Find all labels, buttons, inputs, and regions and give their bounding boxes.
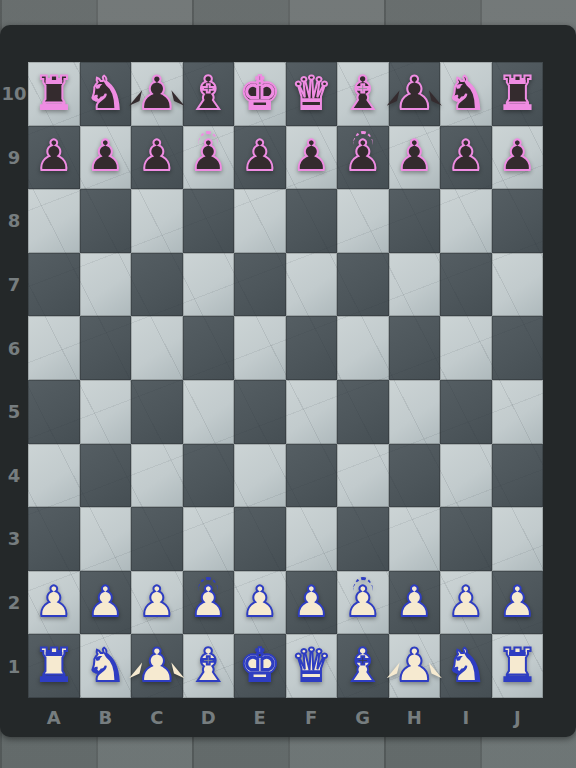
square-j1[interactable]: ♜	[492, 634, 544, 698]
square-c2[interactable]: ♟	[131, 571, 183, 635]
piece-black-crowned-pawn[interactable]: ♟	[344, 135, 382, 177]
square-c6[interactable]	[131, 316, 183, 380]
square-g5[interactable]	[337, 380, 389, 444]
square-h9[interactable]: ♟	[389, 126, 441, 190]
square-f9[interactable]: ♟	[286, 126, 338, 190]
piece-white-queen[interactable]: ♛	[291, 642, 332, 688]
square-e6[interactable]	[234, 316, 286, 380]
square-d8[interactable]	[183, 189, 235, 253]
square-i5[interactable]	[440, 380, 492, 444]
square-b1[interactable]: ♞	[80, 634, 132, 698]
piece-black-winged-piece[interactable]: ♟	[136, 70, 177, 116]
square-b7[interactable]	[80, 253, 132, 317]
square-c8[interactable]	[131, 189, 183, 253]
piece-white-pawn[interactable]: ♟	[35, 581, 73, 623]
square-e2[interactable]: ♟	[234, 571, 286, 635]
square-a8[interactable]	[28, 189, 80, 253]
piece-black-pawn[interactable]: ♟	[241, 135, 279, 177]
piece-white-crowned-pawn[interactable]: ♟	[344, 581, 382, 623]
radiate-crown-decoration	[353, 577, 373, 591]
square-h3[interactable]	[389, 507, 441, 571]
square-f3[interactable]	[286, 507, 338, 571]
square-j10[interactable]: ♜	[492, 62, 544, 126]
square-e10[interactable]: ♚	[234, 62, 286, 126]
square-c7[interactable]	[131, 253, 183, 317]
square-i2[interactable]: ♟	[440, 571, 492, 635]
square-i4[interactable]	[440, 444, 492, 508]
file-label-g: G	[337, 700, 389, 734]
piece-black-bishop[interactable]: ♝	[188, 70, 229, 116]
piece-black-pawn[interactable]: ♟	[498, 135, 536, 177]
piece-black-knight[interactable]: ♞	[85, 70, 126, 116]
file-label-e: E	[234, 700, 286, 734]
square-d4[interactable]	[183, 444, 235, 508]
square-f1[interactable]: ♛	[286, 634, 338, 698]
square-c5[interactable]	[131, 380, 183, 444]
piece-black-pawn[interactable]: ♟	[395, 135, 433, 177]
rank-label-4: 4	[0, 444, 28, 508]
square-a1[interactable]: ♜	[28, 634, 80, 698]
piece-white-rook[interactable]: ♜	[33, 642, 74, 688]
square-g9[interactable]: ♟	[337, 126, 389, 190]
square-c3[interactable]	[131, 507, 183, 571]
file-label-f: F	[286, 700, 338, 734]
square-d7[interactable]	[183, 253, 235, 317]
piece-white-bishop[interactable]: ♝	[188, 642, 229, 688]
piece-white-knight[interactable]: ♞	[445, 642, 486, 688]
square-e4[interactable]	[234, 444, 286, 508]
left-wing-decoration	[387, 89, 400, 106]
square-b3[interactable]	[80, 507, 132, 571]
square-j4[interactable]	[492, 444, 544, 508]
square-e5[interactable]	[234, 380, 286, 444]
square-c1[interactable]: ♟	[131, 634, 183, 698]
square-i3[interactable]	[440, 507, 492, 571]
square-c4[interactable]	[131, 444, 183, 508]
square-h5[interactable]	[389, 380, 441, 444]
square-h7[interactable]	[389, 253, 441, 317]
radiate-crown-decoration	[198, 577, 218, 591]
file-label-h: H	[389, 700, 441, 734]
square-i9[interactable]: ♟	[440, 126, 492, 190]
piece-black-pawn[interactable]: ♟	[447, 135, 485, 177]
file-label-c: C	[131, 700, 183, 734]
square-i8[interactable]	[440, 189, 492, 253]
square-j9[interactable]: ♟	[492, 126, 544, 190]
square-b4[interactable]	[80, 444, 132, 508]
square-g4[interactable]	[337, 444, 389, 508]
piece-white-winged-piece[interactable]: ♟	[136, 642, 177, 688]
file-label-i: I	[440, 700, 492, 734]
square-f2[interactable]: ♟	[286, 571, 338, 635]
square-e1[interactable]: ♚	[234, 634, 286, 698]
rank-label-2: 2	[0, 571, 28, 635]
piece-white-rook[interactable]: ♜	[497, 642, 538, 688]
square-d9[interactable]: ♟	[183, 126, 235, 190]
square-h4[interactable]	[389, 444, 441, 508]
square-g10[interactable]: ♝	[337, 62, 389, 126]
piece-white-winged-piece[interactable]: ♟	[394, 642, 435, 688]
square-f8[interactable]	[286, 189, 338, 253]
square-g2[interactable]: ♟	[337, 571, 389, 635]
piece-white-pawn[interactable]: ♟	[241, 581, 279, 623]
square-g1[interactable]: ♝	[337, 634, 389, 698]
piece-black-pawn[interactable]: ♟	[292, 135, 330, 177]
rank-label-5: 5	[0, 380, 28, 444]
square-a10[interactable]: ♜	[28, 62, 80, 126]
piece-black-crowned-pawn[interactable]: ♟	[189, 135, 227, 177]
square-f4[interactable]	[286, 444, 338, 508]
rank-label-3: 3	[0, 507, 28, 571]
square-a9[interactable]: ♟	[28, 126, 80, 190]
square-d1[interactable]: ♝	[183, 634, 235, 698]
square-a2[interactable]: ♟	[28, 571, 80, 635]
square-a6[interactable]	[28, 316, 80, 380]
left-wing-decoration	[387, 661, 400, 678]
square-e8[interactable]	[234, 189, 286, 253]
left-wing-decoration	[129, 89, 142, 106]
square-b8[interactable]	[80, 189, 132, 253]
rank-labels: 10987654321	[0, 62, 28, 698]
square-d2[interactable]: ♟	[183, 571, 235, 635]
piece-black-queen[interactable]: ♛	[291, 70, 332, 116]
square-a4[interactable]	[28, 444, 80, 508]
file-label-b: B	[80, 700, 132, 734]
square-d6[interactable]	[183, 316, 235, 380]
piece-black-bishop[interactable]: ♝	[342, 70, 383, 116]
square-b6[interactable]	[80, 316, 132, 380]
square-a5[interactable]	[28, 380, 80, 444]
square-h1[interactable]: ♟	[389, 634, 441, 698]
square-g7[interactable]	[337, 253, 389, 317]
square-j2[interactable]: ♟	[492, 571, 544, 635]
rank-label-8: 8	[0, 189, 28, 253]
rank-label-6: 6	[0, 316, 28, 380]
square-b2[interactable]: ♟	[80, 571, 132, 635]
piece-white-knight[interactable]: ♞	[85, 642, 126, 688]
square-b10[interactable]: ♞	[80, 62, 132, 126]
square-f10[interactable]: ♛	[286, 62, 338, 126]
square-g6[interactable]	[337, 316, 389, 380]
radiate-crown-decoration	[198, 131, 218, 145]
square-i6[interactable]	[440, 316, 492, 380]
piece-black-pawn[interactable]: ♟	[138, 135, 176, 177]
square-c9[interactable]: ♟	[131, 126, 183, 190]
square-f5[interactable]	[286, 380, 338, 444]
square-d10[interactable]: ♝	[183, 62, 235, 126]
square-d3[interactable]	[183, 507, 235, 571]
file-label-j: J	[492, 700, 544, 734]
square-j7[interactable]	[492, 253, 544, 317]
piece-black-king[interactable]: ♚	[239, 70, 280, 116]
rank-label-10: 10	[0, 62, 28, 126]
square-a7[interactable]	[28, 253, 80, 317]
square-b5[interactable]	[80, 380, 132, 444]
piece-black-rook[interactable]: ♜	[497, 70, 538, 116]
square-g8[interactable]	[337, 189, 389, 253]
piece-white-pawn[interactable]: ♟	[447, 581, 485, 623]
piece-white-pawn[interactable]: ♟	[292, 581, 330, 623]
radiate-crown-decoration	[353, 131, 373, 145]
file-label-d: D	[183, 700, 235, 734]
square-e9[interactable]: ♟	[234, 126, 286, 190]
square-j5[interactable]	[492, 380, 544, 444]
file-labels: ABCDEFGHIJ	[28, 700, 543, 734]
left-wing-decoration	[129, 661, 142, 678]
square-h2[interactable]: ♟	[389, 571, 441, 635]
piece-white-pawn[interactable]: ♟	[138, 581, 176, 623]
app-root: { "game": "chess variant on a 10x10 boar…	[0, 0, 576, 768]
rank-label-7: 7	[0, 253, 28, 317]
square-h6[interactable]	[389, 316, 441, 380]
square-j3[interactable]	[492, 507, 544, 571]
piece-black-pawn[interactable]: ♟	[86, 135, 124, 177]
chess-board: ♜♞♟♝♚♛♝♟♞♜♟♟♟♟♟♟♟♟♟♟♟♟♟♟♟♟♟♟♟♟♜♞♟♝♚♛♝♟♞♜	[28, 62, 543, 698]
square-i1[interactable]: ♞	[440, 634, 492, 698]
piece-black-pawn[interactable]: ♟	[35, 135, 73, 177]
square-f7[interactable]	[286, 253, 338, 317]
rank-label-9: 9	[0, 126, 28, 190]
piece-white-king[interactable]: ♚	[239, 642, 280, 688]
file-label-a: A	[28, 700, 80, 734]
piece-black-knight[interactable]: ♞	[445, 70, 486, 116]
square-g3[interactable]	[337, 507, 389, 571]
piece-white-pawn[interactable]: ♟	[86, 581, 124, 623]
square-h8[interactable]	[389, 189, 441, 253]
square-i10[interactable]: ♞	[440, 62, 492, 126]
square-b9[interactable]: ♟	[80, 126, 132, 190]
square-c10[interactable]: ♟	[131, 62, 183, 126]
square-h10[interactable]: ♟	[389, 62, 441, 126]
square-j8[interactable]	[492, 189, 544, 253]
piece-white-bishop[interactable]: ♝	[342, 642, 383, 688]
square-i7[interactable]	[440, 253, 492, 317]
piece-white-pawn[interactable]: ♟	[498, 581, 536, 623]
square-j6[interactable]	[492, 316, 544, 380]
square-d5[interactable]	[183, 380, 235, 444]
piece-black-rook[interactable]: ♜	[33, 70, 74, 116]
piece-white-pawn[interactable]: ♟	[395, 581, 433, 623]
square-e3[interactable]	[234, 507, 286, 571]
square-a3[interactable]	[28, 507, 80, 571]
square-f6[interactable]	[286, 316, 338, 380]
square-e7[interactable]	[234, 253, 286, 317]
piece-black-winged-piece[interactable]: ♟	[394, 70, 435, 116]
rank-label-1: 1	[0, 634, 28, 698]
piece-white-crowned-pawn[interactable]: ♟	[189, 581, 227, 623]
